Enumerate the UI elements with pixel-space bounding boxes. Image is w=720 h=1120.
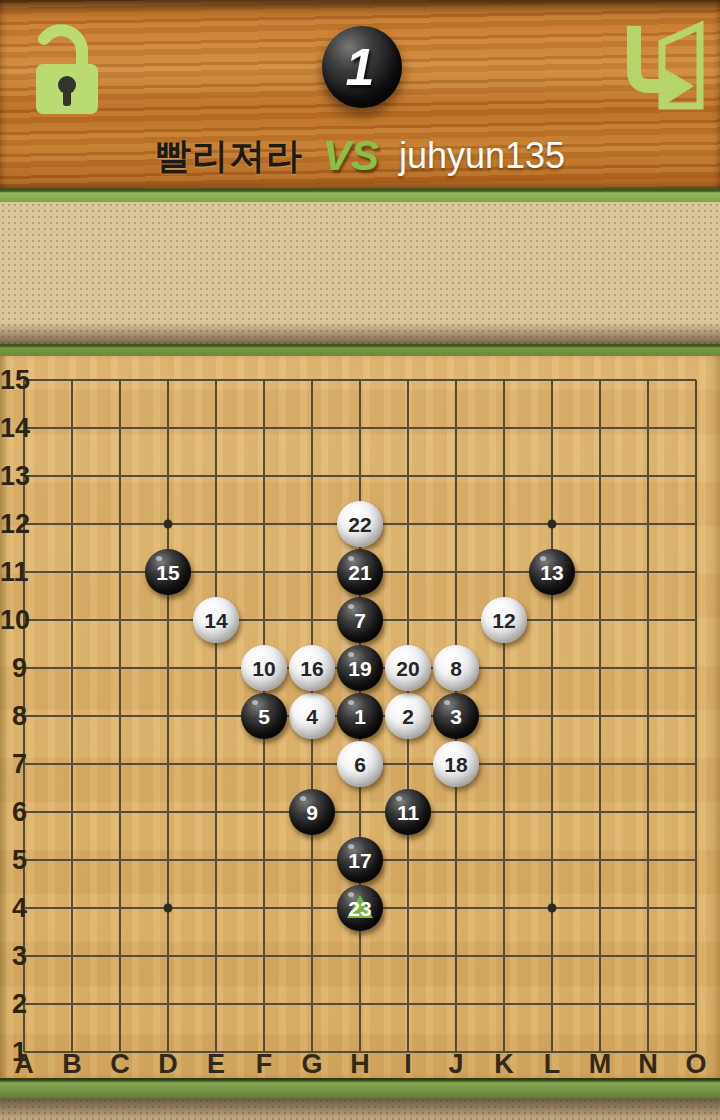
stone-black-H5-move-17: 17 bbox=[337, 837, 383, 883]
stone-white-H7-move-6: 6 bbox=[337, 741, 383, 787]
row-label-6: 6 bbox=[0, 798, 27, 826]
column-label-E: E bbox=[202, 1049, 230, 1079]
stone-move-number: 16 bbox=[300, 658, 323, 679]
captured-stone-tray bbox=[0, 202, 720, 344]
stone-move-number: 23 bbox=[348, 898, 371, 919]
star-point-D4 bbox=[164, 904, 173, 913]
star-point-L4 bbox=[548, 904, 557, 913]
green-divider-board-top bbox=[0, 344, 720, 356]
stone-move-number: 11 bbox=[397, 802, 419, 823]
omok-app-screen: 1 빨리져라 VS juhyun135 15141312111098765432… bbox=[0, 0, 720, 1120]
stone-move-number: 15 bbox=[156, 562, 179, 583]
player-white-name: juhyun135 bbox=[399, 135, 565, 177]
stone-black-H8-move-1: 1 bbox=[337, 693, 383, 739]
move-count-badge: 1 bbox=[322, 26, 402, 108]
unlocked-padlock-icon bbox=[16, 18, 108, 116]
column-label-K: K bbox=[490, 1049, 518, 1079]
row-label-14: 14 bbox=[0, 414, 27, 442]
stone-move-number: 13 bbox=[540, 562, 563, 583]
green-divider-board-bottom bbox=[0, 1078, 720, 1098]
stone-move-number: 5 bbox=[258, 706, 270, 727]
stone-move-number: 7 bbox=[354, 610, 366, 631]
header-bar: 1 빨리져라 VS juhyun135 bbox=[0, 0, 720, 190]
row-label-10: 10 bbox=[0, 606, 27, 634]
stone-move-number: 14 bbox=[204, 610, 227, 631]
stone-move-number: 4 bbox=[306, 706, 318, 727]
stone-black-L11-move-13: 13 bbox=[529, 549, 575, 595]
stone-move-number: 6 bbox=[354, 754, 366, 775]
star-point-D12 bbox=[164, 520, 173, 529]
stone-white-G9-move-16: 16 bbox=[289, 645, 335, 691]
stone-white-H12-move-22: 22 bbox=[337, 501, 383, 547]
row-label-11: 11 bbox=[0, 558, 27, 586]
column-label-H: H bbox=[346, 1049, 374, 1079]
row-label-2: 2 bbox=[0, 990, 27, 1018]
column-label-N: N bbox=[634, 1049, 662, 1079]
row-label-5: 5 bbox=[0, 846, 27, 874]
stone-black-D11-move-15: 15 bbox=[145, 549, 191, 595]
stone-black-H11-move-21: 21 bbox=[337, 549, 383, 595]
stone-move-number: 20 bbox=[396, 658, 419, 679]
column-label-B: B bbox=[58, 1049, 86, 1079]
row-label-15: 15 bbox=[0, 366, 27, 394]
column-label-J: J bbox=[442, 1049, 470, 1079]
column-label-I: I bbox=[394, 1049, 422, 1079]
stone-white-I9-move-20: 20 bbox=[385, 645, 431, 691]
stone-white-G8-move-4: 4 bbox=[289, 693, 335, 739]
stone-white-J9-move-8: 8 bbox=[433, 645, 479, 691]
row-label-8: 8 bbox=[0, 702, 27, 730]
column-label-L: L bbox=[538, 1049, 566, 1079]
stone-move-number: 22 bbox=[348, 514, 371, 535]
column-label-O: O bbox=[682, 1049, 710, 1079]
stone-black-H10-move-7: 7 bbox=[337, 597, 383, 643]
stone-black-F8-move-5: 5 bbox=[241, 693, 287, 739]
row-label-7: 7 bbox=[0, 750, 27, 778]
stone-white-F9-move-10: 10 bbox=[241, 645, 287, 691]
players-bar: 빨리져라 VS juhyun135 bbox=[0, 126, 720, 186]
stone-move-number: 2 bbox=[402, 706, 414, 727]
stone-move-number: 3 bbox=[450, 706, 462, 727]
stone-move-number: 8 bbox=[450, 658, 462, 679]
star-point-L12 bbox=[548, 520, 557, 529]
stone-white-E10-move-14: 14 bbox=[193, 597, 239, 643]
row-label-4: 4 bbox=[0, 894, 27, 922]
leave-game-button[interactable] bbox=[618, 16, 710, 112]
stone-move-number: 19 bbox=[348, 658, 371, 679]
move-count-value: 1 bbox=[346, 41, 375, 93]
column-label-F: F bbox=[250, 1049, 278, 1079]
green-divider-top bbox=[0, 188, 720, 202]
bottom-edge-panel bbox=[0, 1098, 720, 1120]
stone-move-number: 21 bbox=[348, 562, 371, 583]
stone-black-J8-move-3: 3 bbox=[433, 693, 479, 739]
row-label-12: 12 bbox=[0, 510, 27, 538]
vs-label: VS bbox=[323, 132, 379, 180]
game-board[interactable]: 151413121110987654321ABCDEFGHIJKLMNO1234… bbox=[0, 356, 720, 1078]
stone-move-number: 9 bbox=[306, 802, 318, 823]
stone-white-K10-move-12: 12 bbox=[481, 597, 527, 643]
column-label-M: M bbox=[586, 1049, 614, 1079]
stone-move-number: 1 bbox=[354, 706, 366, 727]
stone-move-number: 12 bbox=[492, 610, 515, 631]
stone-move-number: 18 bbox=[444, 754, 467, 775]
stone-move-number: 10 bbox=[252, 658, 275, 679]
column-label-A: A bbox=[10, 1049, 38, 1079]
row-label-13: 13 bbox=[0, 462, 27, 490]
stone-black-G6-move-9: 9 bbox=[289, 789, 335, 835]
column-label-C: C bbox=[106, 1049, 134, 1079]
column-label-G: G bbox=[298, 1049, 326, 1079]
leave-game-door-arrow-icon bbox=[618, 16, 710, 112]
player-black-name: 빨리져라 bbox=[155, 132, 303, 181]
column-label-D: D bbox=[154, 1049, 182, 1079]
stone-move-number: 17 bbox=[348, 850, 371, 871]
stone-white-J7-move-18: 18 bbox=[433, 741, 479, 787]
stone-black-H4-move-23: 23 bbox=[337, 885, 383, 931]
stone-white-I8-move-2: 2 bbox=[385, 693, 431, 739]
row-label-3: 3 bbox=[0, 942, 27, 970]
stone-black-I6-move-11: 11 bbox=[385, 789, 431, 835]
row-label-9: 9 bbox=[0, 654, 27, 682]
unlock-button[interactable] bbox=[16, 18, 108, 116]
stone-black-H9-move-19: 19 bbox=[337, 645, 383, 691]
